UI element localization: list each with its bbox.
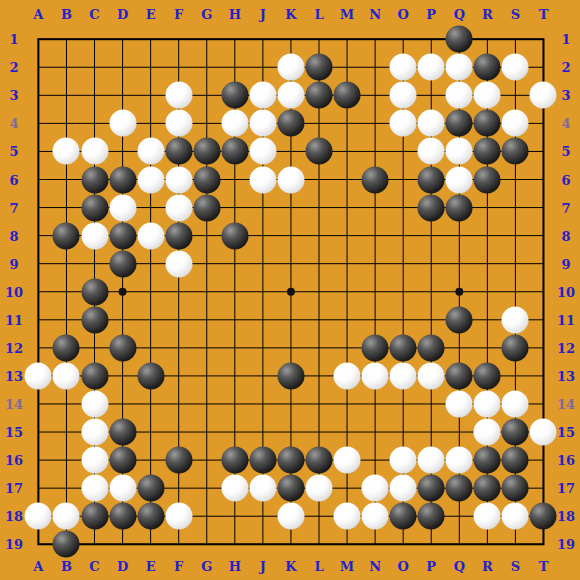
- stone-white: [334, 362, 361, 389]
- stone-white: [418, 362, 445, 389]
- stone-black: [53, 334, 80, 361]
- row-label-right: 4: [561, 116, 570, 131]
- row-label-left: 18: [5, 509, 23, 524]
- row-label-left: 13: [5, 368, 23, 383]
- row-label-left: 15: [5, 425, 23, 440]
- stone-black: [446, 362, 473, 389]
- row-label-right: 9: [561, 256, 570, 271]
- stone-white: [249, 166, 276, 193]
- stone-white: [109, 110, 136, 137]
- row-label-right: 14: [557, 396, 575, 411]
- stone-white: [249, 110, 276, 137]
- stone-black: [306, 447, 333, 474]
- stone-white: [81, 390, 108, 417]
- row-label-right: 16: [557, 453, 575, 468]
- stone-white: [25, 503, 52, 530]
- stone-white: [362, 475, 389, 502]
- col-label-bottom: R: [482, 559, 493, 574]
- stone-white: [362, 503, 389, 530]
- stone-white: [277, 166, 304, 193]
- row-label-left: 10: [5, 284, 23, 299]
- stone-black: [446, 194, 473, 221]
- stone-white: [502, 503, 529, 530]
- stone-black: [474, 54, 501, 81]
- stone-white: [418, 54, 445, 81]
- col-label-bottom: T: [539, 559, 549, 574]
- row-label-left: 5: [9, 144, 18, 159]
- stone-black: [502, 138, 529, 165]
- col-label-bottom: N: [369, 559, 381, 574]
- stone-black: [81, 166, 108, 193]
- stone-white: [25, 362, 52, 389]
- col-label-bottom: F: [174, 559, 183, 574]
- stone-white: [418, 138, 445, 165]
- stone-black: [109, 447, 136, 474]
- stone-black: [306, 82, 333, 109]
- stone-black: [334, 82, 361, 109]
- stone-black: [109, 222, 136, 249]
- stone-black: [81, 194, 108, 221]
- stone-black: [362, 166, 389, 193]
- stone-black: [193, 138, 220, 165]
- stone-white: [530, 82, 557, 109]
- stone-black: [474, 447, 501, 474]
- row-label-left: 3: [9, 88, 18, 103]
- col-label-top: Q: [454, 7, 465, 22]
- row-label-left: 4: [9, 116, 18, 131]
- stone-black: [390, 503, 417, 530]
- stone-black: [221, 447, 248, 474]
- star-point: [119, 288, 127, 296]
- col-label-bottom: L: [314, 559, 323, 574]
- stone-white: [446, 82, 473, 109]
- stone-black: [109, 166, 136, 193]
- stone-white: [81, 475, 108, 502]
- go-board[interactable]: AABBCCDDEEFFGGHHJJKKLLMMNNOOPPQQRRSSTT11…: [0, 0, 580, 580]
- stone-black: [109, 419, 136, 446]
- row-label-right: 19: [557, 537, 575, 552]
- stone-white: [502, 390, 529, 417]
- stone-black: [81, 306, 108, 333]
- col-label-top: P: [426, 7, 436, 22]
- stone-black: [165, 447, 192, 474]
- stone-white: [446, 390, 473, 417]
- col-label-bottom: B: [61, 559, 72, 574]
- stone-white: [277, 54, 304, 81]
- col-label-top: B: [61, 7, 72, 22]
- stone-white: [165, 194, 192, 221]
- row-label-right: 10: [557, 284, 575, 299]
- col-label-top: T: [539, 7, 549, 22]
- stone-black: [137, 503, 164, 530]
- col-label-top: F: [174, 7, 183, 22]
- stone-black: [474, 475, 501, 502]
- stone-white: [390, 447, 417, 474]
- stone-black: [446, 26, 473, 53]
- stone-black: [502, 447, 529, 474]
- stone-white: [165, 503, 192, 530]
- col-label-bottom: M: [340, 559, 354, 574]
- stone-black: [53, 531, 80, 558]
- col-label-top: D: [117, 7, 128, 22]
- stone-black: [277, 475, 304, 502]
- stone-white: [81, 222, 108, 249]
- stone-black: [249, 447, 276, 474]
- col-label-top: O: [398, 7, 409, 22]
- stone-white: [249, 82, 276, 109]
- col-label-bottom: P: [426, 559, 436, 574]
- stone-white: [137, 138, 164, 165]
- col-label-bottom: H: [229, 559, 241, 574]
- stone-white: [81, 419, 108, 446]
- col-label-top: M: [340, 7, 354, 22]
- stone-white: [390, 54, 417, 81]
- star-point: [455, 288, 463, 296]
- stone-white: [165, 250, 192, 277]
- col-label-top: R: [482, 7, 493, 22]
- stone-white: [362, 362, 389, 389]
- stone-black: [502, 334, 529, 361]
- stone-black: [474, 110, 501, 137]
- row-label-right: 17: [557, 481, 575, 496]
- stone-white: [109, 475, 136, 502]
- stone-black: [502, 475, 529, 502]
- stone-white: [390, 475, 417, 502]
- row-label-left: 9: [9, 256, 18, 271]
- stone-black: [137, 362, 164, 389]
- col-label-bottom: G: [201, 559, 212, 574]
- stone-black: [530, 503, 557, 530]
- row-label-left: 16: [5, 453, 23, 468]
- stone-black: [474, 166, 501, 193]
- stone-white: [277, 503, 304, 530]
- stone-white: [306, 475, 333, 502]
- col-label-bottom: E: [146, 559, 156, 574]
- stone-black: [362, 334, 389, 361]
- stone-white: [249, 475, 276, 502]
- stone-white: [221, 110, 248, 137]
- col-label-top: N: [369, 7, 381, 22]
- stone-white: [418, 110, 445, 137]
- row-label-right: 5: [561, 144, 570, 159]
- col-label-bottom: A: [33, 559, 43, 574]
- stone-white: [277, 82, 304, 109]
- stone-white: [221, 475, 248, 502]
- stone-black: [193, 194, 220, 221]
- row-label-left: 19: [5, 537, 23, 552]
- row-label-right: 12: [557, 340, 575, 355]
- col-label-top: A: [33, 7, 43, 22]
- stone-white: [249, 138, 276, 165]
- stone-white: [502, 54, 529, 81]
- stone-black: [418, 194, 445, 221]
- stone-white: [502, 110, 529, 137]
- stone-white: [390, 110, 417, 137]
- stone-black: [306, 54, 333, 81]
- row-label-left: 2: [9, 60, 18, 75]
- stone-black: [109, 250, 136, 277]
- row-label-right: 11: [557, 312, 575, 327]
- stone-white: [446, 54, 473, 81]
- stone-white: [53, 138, 80, 165]
- stone-white: [474, 503, 501, 530]
- row-label-left: 12: [5, 340, 23, 355]
- stone-white: [390, 362, 417, 389]
- stone-black: [109, 503, 136, 530]
- stone-white: [137, 222, 164, 249]
- row-label-right: 1: [561, 32, 570, 47]
- col-label-bottom: J: [260, 559, 266, 574]
- col-label-bottom: O: [398, 559, 409, 574]
- col-label-bottom: S: [511, 559, 520, 574]
- stone-black: [306, 138, 333, 165]
- stone-white: [530, 419, 557, 446]
- stone-black: [81, 278, 108, 305]
- stone-white: [165, 110, 192, 137]
- stone-black: [221, 138, 248, 165]
- stone-white: [137, 166, 164, 193]
- stone-white: [446, 447, 473, 474]
- col-label-bottom: K: [285, 559, 296, 574]
- row-label-right: 3: [561, 88, 570, 103]
- col-label-top: G: [201, 7, 212, 22]
- col-label-top: C: [89, 7, 99, 22]
- stone-black: [418, 475, 445, 502]
- stone-black: [418, 166, 445, 193]
- col-label-top: L: [314, 7, 323, 22]
- row-label-right: 8: [561, 228, 570, 243]
- stone-white: [81, 447, 108, 474]
- row-label-right: 7: [561, 200, 570, 215]
- stone-black: [277, 362, 304, 389]
- stone-white: [109, 194, 136, 221]
- stone-black: [418, 334, 445, 361]
- stone-black: [277, 447, 304, 474]
- stone-black: [418, 503, 445, 530]
- stone-black: [221, 82, 248, 109]
- stone-black: [81, 362, 108, 389]
- stone-black: [502, 419, 529, 446]
- row-label-right: 6: [561, 172, 570, 187]
- col-label-top: S: [511, 7, 520, 22]
- stone-white: [53, 362, 80, 389]
- stone-black: [109, 334, 136, 361]
- stone-white: [390, 82, 417, 109]
- row-label-left: 1: [9, 32, 18, 47]
- star-point: [287, 288, 295, 296]
- row-label-left: 11: [5, 312, 23, 327]
- stone-white: [334, 503, 361, 530]
- stone-black: [81, 503, 108, 530]
- col-label-bottom: C: [89, 559, 99, 574]
- row-label-right: 15: [557, 425, 575, 440]
- col-label-bottom: Q: [454, 559, 465, 574]
- stone-black: [474, 138, 501, 165]
- row-label-left: 8: [9, 228, 18, 243]
- stone-white: [446, 166, 473, 193]
- stone-white: [334, 447, 361, 474]
- stone-white: [81, 138, 108, 165]
- col-label-top: J: [260, 7, 266, 22]
- row-label-right: 2: [561, 60, 570, 75]
- stone-white: [502, 306, 529, 333]
- stone-white: [474, 82, 501, 109]
- stone-black: [193, 166, 220, 193]
- stone-white: [53, 503, 80, 530]
- stone-white: [474, 419, 501, 446]
- stone-white: [474, 390, 501, 417]
- stone-black: [474, 362, 501, 389]
- stone-black: [165, 222, 192, 249]
- stone-black: [165, 138, 192, 165]
- row-label-left: 6: [9, 172, 18, 187]
- stone-black: [446, 306, 473, 333]
- stone-black: [221, 222, 248, 249]
- col-label-top: H: [229, 7, 241, 22]
- stone-white: [418, 447, 445, 474]
- stone-black: [53, 222, 80, 249]
- col-label-top: K: [285, 7, 296, 22]
- row-label-left: 14: [5, 396, 23, 411]
- row-label-left: 17: [5, 481, 23, 496]
- row-label-right: 18: [557, 509, 575, 524]
- stone-black: [446, 475, 473, 502]
- col-label-top: E: [146, 7, 156, 22]
- stone-white: [165, 82, 192, 109]
- stone-black: [277, 110, 304, 137]
- col-label-bottom: D: [117, 559, 128, 574]
- row-label-left: 7: [9, 200, 18, 215]
- stone-black: [446, 110, 473, 137]
- stone-black: [137, 475, 164, 502]
- stone-black: [390, 334, 417, 361]
- row-label-right: 13: [557, 368, 575, 383]
- stone-white: [165, 166, 192, 193]
- stone-white: [446, 138, 473, 165]
